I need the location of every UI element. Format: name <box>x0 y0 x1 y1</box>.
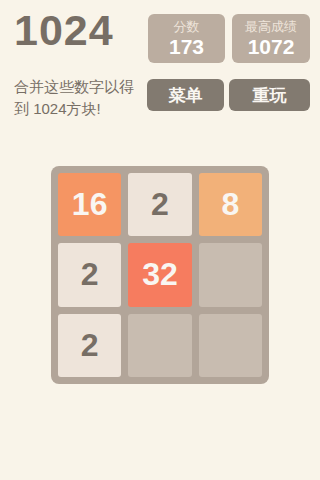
button-bar: 菜单 重玩 <box>147 79 310 111</box>
best-score-label: 最高成绩 <box>245 19 297 35</box>
goal-text-line2: 到 1024方块! <box>14 98 134 120</box>
score-box: 分数 173 <box>148 14 225 63</box>
empty-cell <box>199 243 262 306</box>
goal-text: 合并这些数字以得 到 1024方块! <box>14 76 134 120</box>
tile-16: 16 <box>58 173 121 236</box>
tile-2: 2 <box>58 314 121 377</box>
tile-2: 2 <box>58 243 121 306</box>
empty-cell <box>199 314 262 377</box>
menu-button[interactable]: 菜单 <box>147 79 224 111</box>
score-value: 173 <box>169 35 204 59</box>
empty-cell <box>128 314 191 377</box>
page-title: 1024 <box>14 2 114 58</box>
tile-8: 8 <box>199 173 262 236</box>
game-screen: 1024 分数 173 最高成绩 1072 合并这些数字以得 到 1024方块!… <box>0 0 320 480</box>
score-label: 分数 <box>174 19 200 35</box>
best-score-box: 最高成绩 1072 <box>232 14 310 63</box>
board[interactable]: 16282322 <box>51 166 269 384</box>
restart-button[interactable]: 重玩 <box>229 79 310 111</box>
best-score-value: 1072 <box>248 35 295 59</box>
tile-32: 32 <box>128 243 191 306</box>
score-panel: 分数 173 最高成绩 1072 <box>148 14 310 63</box>
goal-text-line1: 合并这些数字以得 <box>14 76 134 98</box>
tile-2: 2 <box>128 173 191 236</box>
